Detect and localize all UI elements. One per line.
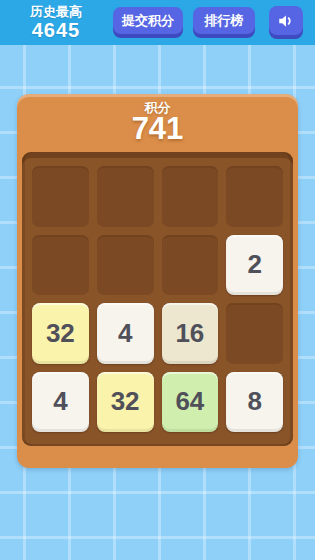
cell-r3c4: [226, 303, 283, 364]
best-score-label: 历史最高: [16, 4, 96, 20]
app-root: 历史最高 4645 提交积分 排行榜 积分 741 232416432648: [0, 0, 315, 560]
cell-r4c4: 8: [226, 372, 283, 433]
tile-2: 2: [226, 235, 283, 296]
cell-r1c4: [226, 166, 283, 227]
tile-16: 16: [162, 303, 219, 364]
tile-32: 32: [97, 372, 154, 433]
cell-r1c1: [32, 166, 89, 227]
cell-r4c1: 4: [32, 372, 89, 433]
cell-r4c3: 64: [162, 372, 219, 433]
cell-r1c3: [162, 166, 219, 227]
cell-r2c4: 2: [226, 235, 283, 296]
top-bar: 历史最高 4645 提交积分 排行榜: [0, 0, 315, 45]
sound-button[interactable]: [269, 6, 303, 35]
game-board: 积分 741 232416432648: [17, 94, 298, 468]
best-score: 历史最高 4645: [16, 4, 96, 40]
speaker-icon: [277, 12, 295, 30]
tile-8: 8: [226, 372, 283, 433]
cell-r2c2: [97, 235, 154, 296]
cell-r1c2: [97, 166, 154, 227]
submit-score-button[interactable]: 提交积分: [113, 7, 183, 34]
cell-r2c1: [32, 235, 89, 296]
cell-r4c2: 32: [97, 372, 154, 433]
board-grid[interactable]: 232416432648: [22, 152, 293, 446]
cell-r3c2: 4: [97, 303, 154, 364]
best-score-value: 4645: [16, 20, 96, 40]
cell-r3c3: 16: [162, 303, 219, 364]
tile-32: 32: [32, 303, 89, 364]
score-value: 741: [17, 111, 298, 147]
cell-r2c3: [162, 235, 219, 296]
tile-64: 64: [162, 372, 219, 433]
leaderboard-button[interactable]: 排行榜: [193, 7, 255, 34]
tile-4: 4: [97, 303, 154, 364]
tile-4: 4: [32, 372, 89, 433]
cell-r3c1: 32: [32, 303, 89, 364]
